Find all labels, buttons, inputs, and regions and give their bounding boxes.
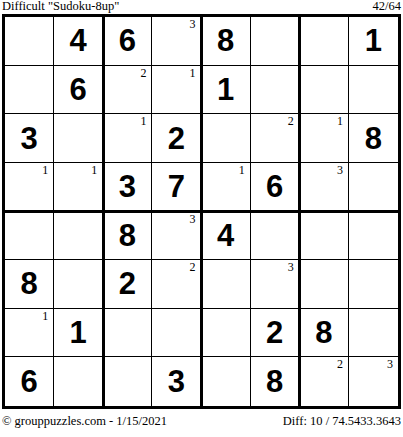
pencil-mark: 3 bbox=[190, 18, 196, 31]
header: Difficult "Sudoku-8up" 42/64 bbox=[2, 0, 401, 13]
cell-r7c8[interactable] bbox=[349, 309, 398, 358]
cell-value: 3 bbox=[20, 123, 37, 154]
cell-r6c7[interactable] bbox=[300, 260, 349, 309]
pencil-mark: 2 bbox=[140, 67, 146, 80]
cell-r3c8[interactable]: 8 bbox=[349, 114, 398, 163]
cell-r4c6[interactable]: 6 bbox=[251, 163, 300, 212]
cell-r8c6[interactable]: 8 bbox=[251, 357, 300, 406]
cell-r8c4[interactable]: 3 bbox=[152, 357, 201, 406]
cell-value: 6 bbox=[119, 25, 136, 56]
cell-r8c7[interactable]: 2 bbox=[300, 357, 349, 406]
cell-r3c4[interactable]: 2 bbox=[152, 114, 201, 163]
cell-value: 4 bbox=[217, 220, 234, 251]
puzzle-page: Difficult "Sudoku-8up" 42/64 46381621131… bbox=[0, 0, 403, 437]
cell-r1c5[interactable]: 8 bbox=[202, 17, 251, 66]
pencil-mark: 2 bbox=[288, 115, 294, 128]
cell-r1c4[interactable]: 3 bbox=[152, 17, 201, 66]
pencil-mark: 1 bbox=[337, 115, 343, 128]
cell-r4c8[interactable] bbox=[349, 163, 398, 212]
cell-value: 8 bbox=[217, 25, 234, 56]
cell-r6c5[interactable] bbox=[202, 260, 251, 309]
cell-value: 8 bbox=[20, 268, 37, 299]
cell-r8c2[interactable] bbox=[54, 357, 103, 406]
cell-r7c3[interactable] bbox=[103, 309, 152, 358]
cell-value: 6 bbox=[70, 74, 87, 105]
puzzle-title: Difficult "Sudoku-8up" bbox=[2, 0, 119, 13]
cell-r6c4[interactable]: 2 bbox=[152, 260, 201, 309]
cell-r2c7[interactable] bbox=[300, 66, 349, 115]
cell-value: 2 bbox=[168, 123, 185, 154]
pencil-mark: 3 bbox=[337, 164, 343, 177]
cell-r4c2[interactable]: 1 bbox=[54, 163, 103, 212]
cell-value: 8 bbox=[266, 366, 283, 397]
cell-r2c8[interactable] bbox=[349, 66, 398, 115]
cell-value: 3 bbox=[119, 171, 136, 202]
cell-value: 8 bbox=[119, 220, 136, 251]
cell-value: 2 bbox=[119, 268, 136, 299]
cell-value: 8 bbox=[365, 123, 382, 154]
cell-value: 6 bbox=[266, 171, 283, 202]
cell-value: 7 bbox=[168, 171, 185, 202]
cell-r8c5[interactable] bbox=[202, 357, 251, 406]
pencil-mark: 3 bbox=[288, 261, 294, 274]
cell-r4c7[interactable]: 3 bbox=[300, 163, 349, 212]
cell-r5c3[interactable]: 8 bbox=[103, 212, 152, 261]
sudoku-board: 46381621131221811371638348223112863823 bbox=[2, 14, 401, 409]
cell-r7c5[interactable] bbox=[202, 309, 251, 358]
copyright-text: © grouppuzzles.com - 1/15/2021 bbox=[2, 414, 167, 429]
pencil-mark: 1 bbox=[42, 164, 48, 177]
pencil-mark: 1 bbox=[140, 115, 146, 128]
cell-r5c6[interactable] bbox=[251, 212, 300, 261]
cell-r7c2[interactable]: 1 bbox=[54, 309, 103, 358]
pencil-mark: 1 bbox=[190, 67, 196, 80]
empty-cell-counter: 42/64 bbox=[373, 0, 401, 13]
cell-r8c3[interactable] bbox=[103, 357, 152, 406]
pencil-mark: 3 bbox=[190, 213, 196, 226]
cell-r2c1[interactable] bbox=[5, 66, 54, 115]
cell-r5c1[interactable] bbox=[5, 212, 54, 261]
cell-r2c4[interactable]: 1 bbox=[152, 66, 201, 115]
cell-r6c6[interactable]: 3 bbox=[251, 260, 300, 309]
cell-r1c6[interactable] bbox=[251, 17, 300, 66]
pencil-mark: 1 bbox=[91, 164, 97, 177]
cell-r7c7[interactable]: 8 bbox=[300, 309, 349, 358]
cell-value: 1 bbox=[217, 74, 234, 105]
cell-value: 6 bbox=[20, 366, 37, 397]
cell-r4c1[interactable]: 1 bbox=[5, 163, 54, 212]
cell-r2c5[interactable]: 1 bbox=[202, 66, 251, 115]
cell-value: 4 bbox=[70, 25, 87, 56]
cell-r1c7[interactable] bbox=[300, 17, 349, 66]
cell-r7c4[interactable] bbox=[152, 309, 201, 358]
pencil-mark: 1 bbox=[42, 310, 48, 323]
cell-r8c1[interactable]: 6 bbox=[5, 357, 54, 406]
cell-r1c2[interactable]: 4 bbox=[54, 17, 103, 66]
cell-r3c6[interactable]: 2 bbox=[251, 114, 300, 163]
cell-r1c8[interactable]: 1 bbox=[349, 17, 398, 66]
cell-r6c1[interactable]: 8 bbox=[5, 260, 54, 309]
footer: © grouppuzzles.com - 1/15/2021 Diff: 10 … bbox=[2, 414, 401, 429]
cell-r3c7[interactable]: 1 bbox=[300, 114, 349, 163]
cell-r5c7[interactable] bbox=[300, 212, 349, 261]
block-divider-horizontal-1 bbox=[5, 210, 398, 213]
cell-r2c3[interactable]: 2 bbox=[103, 66, 152, 115]
cell-r8c8[interactable]: 3 bbox=[349, 357, 398, 406]
cell-r4c5[interactable]: 1 bbox=[202, 163, 251, 212]
cell-r6c3[interactable]: 2 bbox=[103, 260, 152, 309]
cell-r5c8[interactable] bbox=[349, 212, 398, 261]
cell-r3c2[interactable] bbox=[54, 114, 103, 163]
cell-r2c2[interactable]: 6 bbox=[54, 66, 103, 115]
cell-r6c8[interactable] bbox=[349, 260, 398, 309]
cell-r5c4[interactable]: 3 bbox=[152, 212, 201, 261]
cell-r1c1[interactable] bbox=[5, 17, 54, 66]
cell-r1c3[interactable]: 6 bbox=[103, 17, 152, 66]
cell-r7c1[interactable]: 1 bbox=[5, 309, 54, 358]
cell-r5c5[interactable]: 4 bbox=[202, 212, 251, 261]
pencil-mark: 2 bbox=[190, 261, 196, 274]
cell-r4c3[interactable]: 3 bbox=[103, 163, 152, 212]
cell-r3c1[interactable]: 3 bbox=[5, 114, 54, 163]
cell-r5c2[interactable] bbox=[54, 212, 103, 261]
cell-r3c5[interactable] bbox=[202, 114, 251, 163]
pencil-mark: 2 bbox=[337, 358, 343, 371]
difficulty-text: Diff: 10 / 74.5433.3643 bbox=[283, 414, 401, 429]
cell-value: 1 bbox=[70, 317, 87, 348]
cell-r4c4[interactable]: 7 bbox=[152, 163, 201, 212]
cell-value: 3 bbox=[168, 366, 185, 397]
cell-r6c2[interactable] bbox=[54, 260, 103, 309]
pencil-mark: 1 bbox=[239, 164, 245, 177]
cell-value: 8 bbox=[315, 317, 332, 348]
cell-r7c6[interactable]: 2 bbox=[251, 309, 300, 358]
cell-r2c6[interactable] bbox=[251, 66, 300, 115]
cell-value: 2 bbox=[266, 317, 283, 348]
pencil-mark: 3 bbox=[387, 358, 393, 371]
cell-r3c3[interactable]: 1 bbox=[103, 114, 152, 163]
cell-value: 1 bbox=[365, 25, 382, 56]
